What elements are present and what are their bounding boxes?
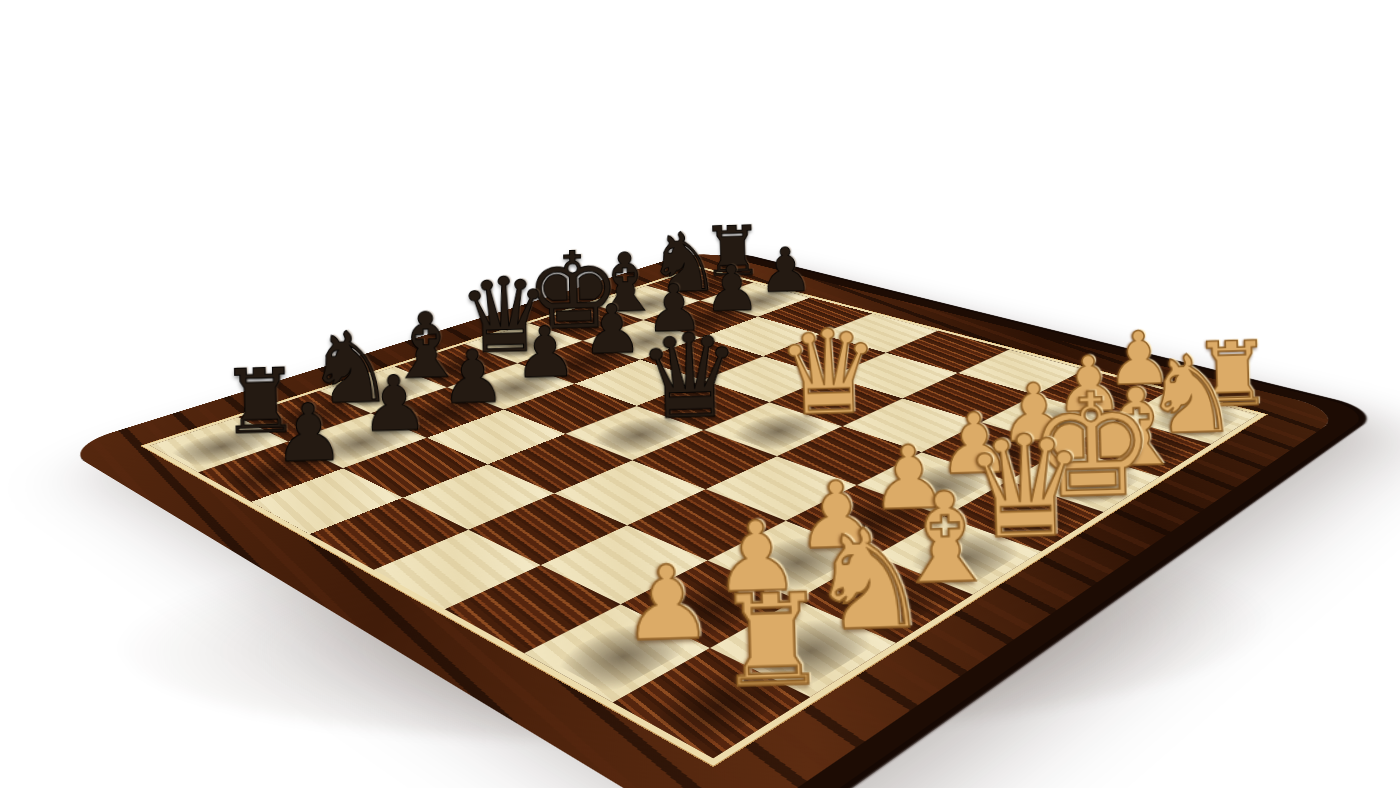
photo-background: ♜♞♝♛♚♝♞♜♟♟♟♟♟♟♟♟♛♛♟♟♟♟♟♟♟♟♜♞♝♛♚♝♞♜: [0, 0, 1400, 788]
black-pawn-b7[interactable]: ♟: [359, 369, 361, 441]
black-pawn-d7[interactable]: ♟: [513, 320, 515, 387]
pawn-glyph: ♟: [513, 320, 515, 387]
pawn-glyph: ♟: [359, 369, 361, 441]
